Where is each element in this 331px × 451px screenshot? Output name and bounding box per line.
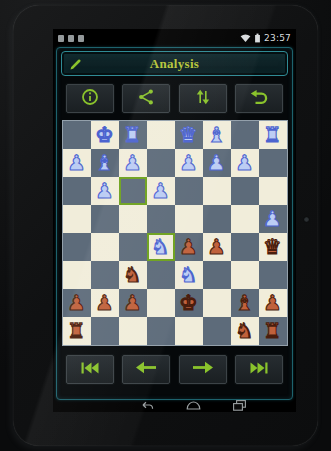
square-h6[interactable] <box>63 261 91 289</box>
move-navigation <box>57 355 292 384</box>
last-move-button[interactable] <box>235 355 283 384</box>
black-pawn: ♟ <box>179 233 198 261</box>
black-pawn: ♟ <box>95 289 114 317</box>
black-pawn: ♟ <box>67 289 86 317</box>
square-a8[interactable]: ♜ <box>259 317 287 345</box>
white-pawn: ♟ <box>263 205 282 233</box>
square-f3[interactable] <box>119 177 147 205</box>
square-g5[interactable] <box>91 233 119 261</box>
notification-icon <box>58 35 64 42</box>
white-bishop: ♝ <box>95 149 114 177</box>
black-queen: ♛ <box>263 233 282 261</box>
recents-button[interactable] <box>233 400 246 411</box>
notification-icon <box>78 35 84 42</box>
square-e1[interactable] <box>147 121 175 149</box>
back-icon <box>140 401 154 410</box>
chess-board: ♚♜♛♝♜♟♝♟♟♟♟♟♟♟♞♟♟♛♞♞♟♟♟♚♝♟♜♞♜ <box>62 120 288 346</box>
white-pawn: ♟ <box>67 149 86 177</box>
toolbar <box>57 84 292 113</box>
square-c4[interactable] <box>203 205 231 233</box>
square-f5[interactable] <box>119 233 147 261</box>
square-c3[interactable] <box>203 177 231 205</box>
black-king: ♚ <box>179 289 198 317</box>
black-rook: ♜ <box>67 317 86 345</box>
square-g7[interactable]: ♟ <box>91 289 119 317</box>
square-h1[interactable] <box>63 121 91 149</box>
square-a4[interactable]: ♟ <box>259 205 287 233</box>
first-move-button[interactable] <box>66 355 114 384</box>
white-bishop: ♝ <box>207 121 226 149</box>
white-pawn: ♟ <box>235 149 254 177</box>
photo-background: 23:57 Analysis <box>0 0 331 451</box>
square-c5[interactable]: ♟ <box>203 233 231 261</box>
next-move-button[interactable] <box>179 355 227 384</box>
square-a7[interactable]: ♟ <box>259 289 287 317</box>
square-a2[interactable] <box>259 149 287 177</box>
square-b5[interactable] <box>231 233 259 261</box>
square-d7[interactable]: ♚ <box>175 289 203 317</box>
android-nav-bar <box>71 398 296 412</box>
square-g3[interactable]: ♟ <box>91 177 119 205</box>
page-title: Analysis <box>150 56 199 72</box>
white-pawn: ♟ <box>179 149 198 177</box>
square-e4[interactable] <box>147 205 175 233</box>
square-d3[interactable] <box>175 177 203 205</box>
square-f6[interactable]: ♞ <box>119 261 147 289</box>
square-h8[interactable]: ♜ <box>63 317 91 345</box>
undo-button[interactable] <box>235 84 283 113</box>
pencil-icon <box>69 56 82 75</box>
tablet-device: 23:57 Analysis <box>13 5 318 446</box>
square-f4[interactable] <box>119 205 147 233</box>
square-g1[interactable]: ♚ <box>91 121 119 149</box>
square-c2[interactable]: ♟ <box>203 149 231 177</box>
flip-board-button[interactable] <box>179 84 227 113</box>
white-pawn: ♟ <box>95 177 114 205</box>
square-h4[interactable] <box>63 205 91 233</box>
square-b2[interactable]: ♟ <box>231 149 259 177</box>
black-bishop: ♝ <box>235 289 254 317</box>
square-f1[interactable]: ♜ <box>119 121 147 149</box>
square-g2[interactable]: ♝ <box>91 149 119 177</box>
white-pawn: ♟ <box>207 149 226 177</box>
share-icon <box>138 89 154 109</box>
square-e7[interactable] <box>147 289 175 317</box>
square-h3[interactable] <box>63 177 91 205</box>
square-c1[interactable]: ♝ <box>203 121 231 149</box>
notification-icon <box>68 35 74 42</box>
recents-icon <box>233 400 246 411</box>
skip-to-start-icon <box>80 360 100 379</box>
square-g4[interactable] <box>91 205 119 233</box>
info-button[interactable] <box>66 84 114 113</box>
square-h7[interactable]: ♟ <box>63 289 91 317</box>
back-button[interactable] <box>140 401 154 410</box>
square-d2[interactable]: ♟ <box>175 149 203 177</box>
white-pawn: ♟ <box>123 149 142 177</box>
arrow-right-icon <box>192 360 214 379</box>
white-pawn: ♟ <box>151 177 170 205</box>
square-d1[interactable]: ♛ <box>175 121 203 149</box>
square-g8[interactable] <box>91 317 119 345</box>
status-bar: 23:57 <box>53 29 296 47</box>
square-b6[interactable] <box>231 261 259 289</box>
white-king: ♚ <box>95 121 114 149</box>
square-c8[interactable] <box>203 317 231 345</box>
square-g6[interactable] <box>91 261 119 289</box>
screen: 23:57 Analysis <box>53 29 296 412</box>
analysis-header[interactable]: Analysis <box>61 51 288 76</box>
square-a5[interactable]: ♛ <box>259 233 287 261</box>
square-d5[interactable]: ♟ <box>175 233 203 261</box>
square-c6[interactable] <box>203 261 231 289</box>
square-h5[interactable] <box>63 233 91 261</box>
app-frame: Analysis <box>56 47 293 400</box>
white-knight: ♞ <box>151 233 170 261</box>
square-e3[interactable]: ♟ <box>147 177 175 205</box>
black-knight: ♞ <box>235 317 254 345</box>
wifi-icon <box>240 33 251 43</box>
square-b4[interactable] <box>231 205 259 233</box>
square-b3[interactable] <box>231 177 259 205</box>
square-b7[interactable]: ♝ <box>231 289 259 317</box>
square-b1[interactable] <box>231 121 259 149</box>
square-h2[interactable]: ♟ <box>63 149 91 177</box>
black-pawn: ♟ <box>207 233 226 261</box>
white-rook: ♜ <box>263 121 282 149</box>
square-f7[interactable]: ♟ <box>119 289 147 317</box>
square-e2[interactable] <box>147 149 175 177</box>
black-rook: ♜ <box>263 317 282 345</box>
camera-dot <box>304 217 309 222</box>
previous-move-button[interactable] <box>122 355 170 384</box>
info-icon <box>81 88 99 110</box>
home-icon <box>186 401 201 410</box>
square-b8[interactable]: ♞ <box>231 317 259 345</box>
square-a3[interactable] <box>259 177 287 205</box>
white-knight: ♞ <box>179 261 198 289</box>
up-down-arrows-icon <box>195 89 211 109</box>
black-pawn: ♟ <box>123 289 142 317</box>
skip-to-end-icon <box>249 360 269 379</box>
square-d8[interactable] <box>175 317 203 345</box>
square-e5[interactable]: ♞ <box>147 233 175 261</box>
arrow-left-icon <box>135 360 157 379</box>
share-button[interactable] <box>122 84 170 113</box>
white-queen: ♛ <box>179 121 198 149</box>
black-knight: ♞ <box>123 261 142 289</box>
square-a6[interactable] <box>259 261 287 289</box>
battery-icon <box>254 33 261 43</box>
white-rook: ♜ <box>123 121 142 149</box>
undo-icon <box>250 89 268 109</box>
clock-text: 23:57 <box>264 33 291 43</box>
board-area: ♚♜♛♝♜♟♝♟♟♟♟♟♟♟♞♟♟♛♞♞♟♟♟♚♝♟♜♞♜ <box>57 120 292 346</box>
square-a1[interactable]: ♜ <box>259 121 287 149</box>
square-f2[interactable]: ♟ <box>119 149 147 177</box>
square-d4[interactable] <box>175 205 203 233</box>
square-f8[interactable] <box>119 317 147 345</box>
square-e8[interactable] <box>147 317 175 345</box>
square-c7[interactable] <box>203 289 231 317</box>
black-pawn: ♟ <box>263 289 282 317</box>
home-button[interactable] <box>186 401 201 410</box>
square-d6[interactable]: ♞ <box>175 261 203 289</box>
square-e6[interactable] <box>147 261 175 289</box>
